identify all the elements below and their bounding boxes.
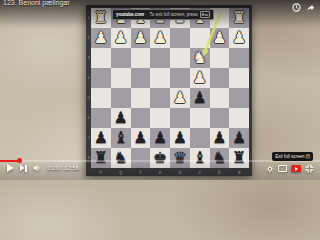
- file-labels: hgfedcba: [91, 168, 249, 176]
- square-e5: [150, 88, 170, 108]
- piece-bP: ♟: [170, 128, 190, 148]
- piece-bK: ♚: [150, 148, 170, 168]
- square-f8: [131, 148, 151, 168]
- square-a3: [229, 48, 249, 68]
- square-b8: ♞: [210, 148, 230, 168]
- square-h3: [91, 48, 111, 68]
- tooltip-site: youtube.com: [116, 12, 144, 17]
- file-label-b: b: [210, 168, 230, 176]
- square-e4: [150, 68, 170, 88]
- exit-fullscreen-button[interactable]: [305, 164, 314, 173]
- square-f6: [131, 108, 151, 128]
- square-d5: ♟: [170, 88, 190, 108]
- piece-bQ: ♛: [170, 148, 190, 168]
- square-h7: ♟: [91, 128, 111, 148]
- piece-wP: ♟: [150, 28, 170, 48]
- piece-bP: ♟: [190, 88, 210, 108]
- square-e2: ♟: [150, 28, 170, 48]
- file-label-c: c: [190, 168, 210, 176]
- chess-board: 12345678 ♜♞♝♚♛♝♜♟♟♟♟♟♟♞♟♟♟♟♟♝♟♟♟♟♟♜♞♚♛♝♞…: [86, 5, 252, 176]
- file-label-d: d: [170, 168, 190, 176]
- file-label-e: e: [150, 168, 170, 176]
- square-c8: ♝: [190, 148, 210, 168]
- square-b3: [210, 48, 230, 68]
- file-label-g: g: [111, 168, 131, 176]
- piece-wP: ♟: [131, 28, 151, 48]
- youtube-play-triangle: [295, 167, 298, 171]
- square-a1: ♜: [229, 8, 249, 28]
- file-label-f: f: [131, 168, 151, 176]
- file-label-a: a: [229, 168, 249, 176]
- square-g4: [111, 68, 131, 88]
- square-b2: ♟: [210, 28, 230, 48]
- square-g2: ♟: [111, 28, 131, 48]
- file-label-h: h: [91, 168, 111, 176]
- square-c6: [190, 108, 210, 128]
- square-c2: [190, 28, 210, 48]
- volume-button[interactable]: [33, 164, 42, 172]
- square-g6: ♟: [111, 108, 131, 128]
- piece-bP: ♟: [210, 128, 230, 148]
- square-c4: ♟: [190, 68, 210, 88]
- video-title: 123. Benoni pælingar: [3, 0, 70, 6]
- share-arrow-icon[interactable]: [306, 3, 315, 12]
- square-d2: [170, 28, 190, 48]
- square-e3: [150, 48, 170, 68]
- square-g3: [111, 48, 131, 68]
- settings-gear-icon[interactable]: [266, 165, 274, 173]
- piece-bN: ♞: [111, 148, 131, 168]
- square-d4: [170, 68, 190, 88]
- square-a5: [229, 88, 249, 108]
- square-c5: ♟: [190, 88, 210, 108]
- fullscreen-exit-tooltip: youtube.com · To exit full screen, press…: [112, 9, 214, 20]
- play-button[interactable]: [7, 164, 14, 172]
- square-a8: ♜: [229, 148, 249, 168]
- square-g7: ♝: [111, 128, 131, 148]
- piece-wP: ♟: [190, 68, 210, 88]
- square-c7: [190, 128, 210, 148]
- square-g8: ♞: [111, 148, 131, 168]
- piece-bR: ♜: [91, 148, 111, 168]
- piece-wP: ♟: [111, 28, 131, 48]
- watch-later-clock-icon[interactable]: [292, 3, 301, 12]
- square-b4: [210, 68, 230, 88]
- square-f5: [131, 88, 151, 108]
- exit-fullscreen-tooltip: Exit full screen (f): [272, 152, 313, 161]
- next-button[interactable]: [20, 165, 27, 172]
- square-d3: [170, 48, 190, 68]
- square-f2: ♟: [131, 28, 151, 48]
- tooltip-message: To exit full screen, press: [150, 12, 198, 17]
- next-bar-icon: [25, 165, 27, 172]
- piece-bP: ♟: [91, 128, 111, 148]
- square-g5: [111, 88, 131, 108]
- square-h8: ♜: [91, 148, 111, 168]
- progress-scrubber[interactable]: [17, 158, 22, 163]
- square-h2: ♟: [91, 28, 111, 48]
- piece-bR: ♜: [229, 148, 249, 168]
- square-h4: [91, 68, 111, 88]
- square-e7: ♟: [150, 128, 170, 148]
- piece-bP: ♟: [111, 108, 131, 128]
- square-a7: ♟: [229, 128, 249, 148]
- piece-bP: ♟: [229, 128, 249, 148]
- board-grid: ♜♞♝♚♛♝♜♟♟♟♟♟♟♞♟♟♟♟♟♝♟♟♟♟♟♜♞♚♛♝♞♜: [91, 8, 249, 168]
- youtube-logo-icon[interactable]: [291, 165, 301, 172]
- square-a6: [229, 108, 249, 128]
- square-d8: ♛: [170, 148, 190, 168]
- piece-wP: ♟: [170, 88, 190, 108]
- square-b5: [210, 88, 230, 108]
- video-surface[interactable]: { "game": "chess", "position": { "fen": …: [0, 0, 320, 180]
- esc-keycap: Esc: [200, 11, 211, 18]
- miniplayer-icon[interactable]: [278, 165, 287, 172]
- piece-bN: ♞: [210, 148, 230, 168]
- piece-wP: ♟: [210, 28, 230, 48]
- square-a2: ♟: [229, 28, 249, 48]
- square-c3: ♞: [190, 48, 210, 68]
- piece-wP: ♟: [229, 28, 249, 48]
- piece-wP: ♟: [91, 28, 111, 48]
- piece-bP: ♟: [131, 128, 151, 148]
- piece-wR: ♜: [229, 8, 249, 28]
- square-e6: [150, 108, 170, 128]
- square-d6: [170, 108, 190, 128]
- square-f7: ♟: [131, 128, 151, 148]
- square-d7: ♟: [170, 128, 190, 148]
- piece-wN: ♞: [190, 48, 210, 68]
- square-b7: ♟: [210, 128, 230, 148]
- square-f4: [131, 68, 151, 88]
- square-b6: [210, 108, 230, 128]
- square-h5: [91, 88, 111, 108]
- square-e8: ♚: [150, 148, 170, 168]
- square-h1: ♜: [91, 8, 111, 28]
- piece-wR: ♜: [91, 8, 111, 28]
- tooltip-separator: ·: [146, 12, 148, 17]
- piece-bP: ♟: [150, 128, 170, 148]
- time-display: 0:20 / 12:56: [48, 165, 79, 171]
- square-a4: [229, 68, 249, 88]
- square-f3: [131, 48, 151, 68]
- piece-bB: ♝: [190, 148, 210, 168]
- square-h6: [91, 108, 111, 128]
- piece-bB: ♝: [111, 128, 131, 148]
